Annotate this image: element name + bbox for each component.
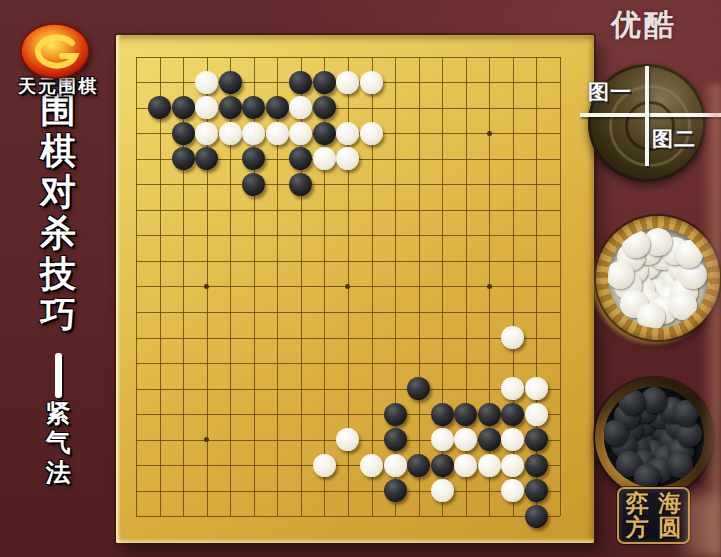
black-stone [431, 454, 454, 477]
white-stone [219, 122, 242, 145]
black-stones-heap [604, 387, 704, 487]
white-stone [195, 96, 218, 119]
grid-line-horizontal [136, 363, 560, 364]
white-stone [478, 454, 501, 477]
black-stone [172, 147, 195, 170]
white-stone [313, 147, 336, 170]
black-stone [242, 96, 265, 119]
grid-line-vertical [560, 57, 561, 517]
black-stone [501, 403, 524, 426]
bowl-black-stone [634, 464, 660, 487]
white-stone [501, 428, 524, 451]
youku-watermark: 优酷 [611, 5, 677, 46]
bowl-white-stone [637, 303, 665, 328]
go-board [116, 35, 594, 543]
star-point [487, 131, 492, 136]
white-stone [195, 71, 218, 94]
white-stone [336, 122, 359, 145]
program-badge: 弈 海 方 圆 [617, 487, 690, 544]
black-stone [525, 454, 548, 477]
black-stone [266, 96, 289, 119]
grid-line-horizontal [136, 389, 560, 390]
star-point [345, 284, 350, 289]
white-stone [525, 377, 548, 400]
black-stone [431, 403, 454, 426]
black-stone [525, 505, 548, 528]
white-stone [266, 122, 289, 145]
bowl-black-stone [667, 452, 693, 478]
bowl-white-stone [608, 261, 634, 289]
black-stone [219, 96, 242, 119]
video-frame: 天元围棋 围 棋 对 杀 技 巧 紧 气 法 优酷 图一 图二 弈 海 方 圆 [0, 0, 721, 557]
white-stone [360, 454, 383, 477]
badge-char: 圆 [658, 516, 681, 539]
title-separator-dash [55, 353, 62, 398]
white-stone [336, 428, 359, 451]
title-char: 棋 [40, 133, 76, 169]
white-stone [360, 122, 383, 145]
star-point [204, 284, 209, 289]
black-stone [313, 71, 336, 94]
white-stone [242, 122, 265, 145]
badge-char: 方 [626, 516, 649, 539]
star-point [487, 284, 492, 289]
white-stone [431, 479, 454, 502]
tianyuan-weiqi-logo-icon [18, 21, 92, 83]
white-stone [525, 403, 548, 426]
black-stone [384, 428, 407, 451]
white-stones-heap [608, 228, 708, 328]
subtitle-char: 紧 [46, 400, 71, 426]
grid-line-horizontal [136, 312, 560, 313]
black-stone [242, 173, 265, 196]
black-stone [454, 403, 477, 426]
black-stone [289, 71, 312, 94]
black-stone [525, 479, 548, 502]
black-stone [407, 454, 430, 477]
bowl-white-stone [622, 230, 650, 258]
blurred-frame-edge [701, 84, 721, 557]
white-stone [313, 454, 336, 477]
white-stone [454, 454, 477, 477]
title-char: 对 [40, 174, 76, 210]
black-stone [195, 147, 218, 170]
title-char: 巧 [40, 297, 76, 333]
figure-index-horizontal-line [580, 113, 721, 117]
white-stone [384, 454, 407, 477]
black-stone [289, 173, 312, 196]
white-stone [289, 96, 312, 119]
white-stone [289, 122, 312, 145]
blurred-frame-corner [685, 495, 721, 557]
subtitle-char: 法 [46, 459, 71, 485]
black-stones-bowl [595, 378, 713, 496]
white-stone [501, 479, 524, 502]
program-title-vertical: 围 棋 对 杀 技 巧 [30, 92, 86, 333]
black-stone [242, 147, 265, 170]
black-stone [478, 428, 501, 451]
black-stone [478, 403, 501, 426]
white-stone [501, 377, 524, 400]
black-stone [172, 122, 195, 145]
badge-char: 海 [658, 492, 681, 515]
figure-index-vertical-line [645, 66, 649, 166]
figure-two-label: 图二 [652, 125, 696, 153]
black-stone [525, 428, 548, 451]
white-stone [501, 454, 524, 477]
black-stone [407, 377, 430, 400]
black-stone [313, 122, 336, 145]
black-stone [219, 71, 242, 94]
program-subtitle-vertical: 紧 气 法 [34, 400, 82, 485]
grid-line-horizontal [136, 338, 560, 339]
bowl-black-stone [641, 387, 667, 413]
white-stone [431, 428, 454, 451]
badge-char: 弈 [626, 492, 649, 515]
black-stone [384, 403, 407, 426]
grid-line-vertical [419, 57, 420, 517]
black-stone [384, 479, 407, 502]
white-stone [336, 71, 359, 94]
black-stone [289, 147, 312, 170]
white-stone [360, 71, 383, 94]
title-char: 杀 [40, 215, 76, 251]
subtitle-char: 气 [46, 429, 71, 455]
bowl-black-stone [619, 389, 645, 415]
bowl-white-stone [669, 292, 697, 320]
black-stone [313, 96, 336, 119]
grid-line-horizontal [136, 516, 560, 517]
white-stone [195, 122, 218, 145]
figure-one-label: 图一 [588, 78, 632, 106]
title-char: 技 [40, 256, 76, 292]
star-point [204, 437, 209, 442]
grid-line-horizontal [136, 491, 560, 492]
bowl-black-stone [673, 400, 699, 426]
black-stone [148, 96, 171, 119]
white-stone [454, 428, 477, 451]
white-stone [336, 147, 359, 170]
black-stone [172, 96, 195, 119]
white-stone [501, 326, 524, 349]
